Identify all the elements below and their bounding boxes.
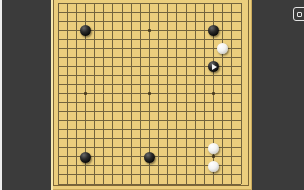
- frame-left-edge: [0, 0, 2, 190]
- star-point: [212, 92, 215, 95]
- star-point: [148, 29, 151, 32]
- grid-line-vertical: [222, 3, 223, 184]
- last-move-triangle-marker: [212, 64, 217, 70]
- star-point: [84, 92, 87, 95]
- cast-screen-icon[interactable]: [293, 7, 304, 21]
- black-stone: [144, 152, 155, 163]
- star-point: [212, 155, 215, 158]
- white-stone: [217, 43, 228, 54]
- white-stone: [208, 161, 219, 172]
- go-board[interactable]: [51, 0, 252, 190]
- video-frame: [0, 0, 304, 190]
- star-point: [148, 92, 151, 95]
- black-stone: [208, 61, 219, 72]
- black-stone: [208, 25, 219, 36]
- grid-line-vertical: [241, 3, 242, 184]
- cast-screen-icon-inner: [297, 12, 302, 17]
- grid-line-horizontal: [58, 184, 241, 185]
- white-stone: [208, 143, 219, 154]
- grid-line-vertical: [231, 3, 232, 184]
- black-stone: [80, 25, 91, 36]
- board-grid[interactable]: [58, 3, 241, 184]
- grid-line-horizontal: [58, 174, 241, 175]
- black-stone: [80, 152, 91, 163]
